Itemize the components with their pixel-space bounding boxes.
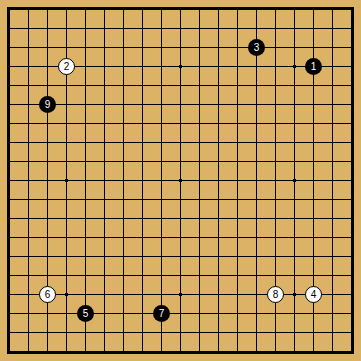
stone-white-6[interactable]: 6 <box>39 286 56 303</box>
stone-black-7[interactable]: 7 <box>153 305 170 322</box>
stone-black-5[interactable]: 5 <box>77 305 94 322</box>
stone-black-9[interactable]: 9 <box>39 96 56 113</box>
stones-layer: 123456789 <box>0 0 361 361</box>
stone-white-2[interactable]: 2 <box>58 58 75 75</box>
stone-black-3[interactable]: 3 <box>248 39 265 56</box>
stone-white-8[interactable]: 8 <box>267 286 284 303</box>
stone-white-4[interactable]: 4 <box>305 286 322 303</box>
stone-black-1[interactable]: 1 <box>305 58 322 75</box>
go-board[interactable]: 123456789 <box>0 0 361 361</box>
